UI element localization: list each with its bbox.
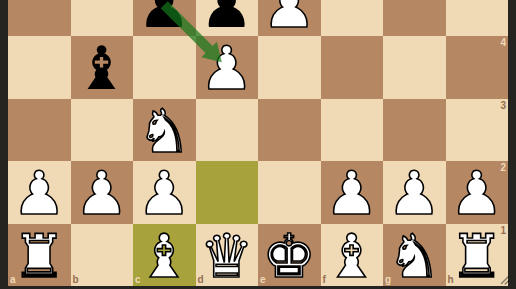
- square-h3[interactable]: 3: [446, 99, 509, 162]
- white-pawn[interactable]: ♟: [387, 162, 441, 224]
- square-b5[interactable]: [71, 0, 134, 36]
- square-a2[interactable]: ♟: [8, 161, 71, 224]
- black-pawn[interactable]: ♟: [137, 0, 191, 37]
- rank-label-2: 2: [500, 163, 506, 173]
- square-f3[interactable]: [321, 99, 384, 162]
- square-d5[interactable]: ♟: [196, 0, 259, 36]
- white-rook[interactable]: ♜: [450, 225, 504, 287]
- square-e4[interactable]: [258, 36, 321, 99]
- square-b1[interactable]: b: [71, 224, 134, 287]
- white-bishop[interactable]: ♝: [325, 225, 379, 287]
- file-label-g: g: [385, 275, 391, 285]
- square-a4[interactable]: [8, 36, 71, 99]
- square-c4[interactable]: [133, 36, 196, 99]
- white-knight[interactable]: ♞: [387, 225, 441, 287]
- chess-board[interactable]: ♜♞♝♛♚♞♜8♟♟♟♟♟7♟6♟♟♟5♝♟4♞3♟♟♟♟♟♟2♜ab♝c♛d♚…: [8, 0, 508, 286]
- rank-label-1: 1: [500, 226, 506, 236]
- file-label-h: h: [448, 275, 454, 285]
- square-f2[interactable]: ♟: [321, 161, 384, 224]
- square-b2[interactable]: ♟: [71, 161, 134, 224]
- square-g2[interactable]: ♟: [383, 161, 446, 224]
- square-d3[interactable]: [196, 99, 259, 162]
- file-label-a: a: [10, 275, 16, 285]
- chessboard-viewport: ♜♞♝♛♚♞♜8♟♟♟♟♟7♟6♟♟♟5♝♟4♞3♟♟♟♟♟♟2♜ab♝c♛d♚…: [0, 0, 516, 289]
- white-pawn[interactable]: ♟: [75, 162, 129, 224]
- square-b4[interactable]: ♝: [71, 36, 134, 99]
- white-knight[interactable]: ♞: [137, 100, 191, 162]
- white-queen[interactable]: ♛: [200, 225, 254, 287]
- square-d2[interactable]: [196, 161, 259, 224]
- square-a5[interactable]: [8, 0, 71, 36]
- square-h4[interactable]: 4: [446, 36, 509, 99]
- square-e5[interactable]: ♟: [258, 0, 321, 36]
- square-a1[interactable]: ♜a: [8, 224, 71, 287]
- file-label-b: b: [73, 275, 79, 285]
- white-rook[interactable]: ♜: [12, 225, 66, 287]
- square-h2[interactable]: ♟2: [446, 161, 509, 224]
- white-bishop[interactable]: ♝: [137, 225, 191, 287]
- file-label-f: f: [323, 275, 326, 285]
- square-c3[interactable]: ♞: [133, 99, 196, 162]
- square-g4[interactable]: [383, 36, 446, 99]
- square-d1[interactable]: ♛d: [196, 224, 259, 287]
- white-pawn[interactable]: ♟: [137, 162, 191, 224]
- black-bishop[interactable]: ♝: [75, 37, 129, 99]
- rank-label-3: 3: [500, 101, 506, 111]
- square-b3[interactable]: [71, 99, 134, 162]
- square-h1[interactable]: ♜h1: [446, 224, 509, 287]
- square-f4[interactable]: [321, 36, 384, 99]
- white-pawn[interactable]: ♟: [325, 162, 379, 224]
- white-pawn[interactable]: ♟: [262, 0, 316, 37]
- square-e2[interactable]: [258, 161, 321, 224]
- file-label-d: d: [198, 275, 204, 285]
- square-e3[interactable]: [258, 99, 321, 162]
- square-g3[interactable]: [383, 99, 446, 162]
- rank-label-4: 4: [500, 38, 506, 48]
- white-pawn[interactable]: ♟: [450, 162, 504, 224]
- white-pawn[interactable]: ♟: [200, 37, 254, 99]
- white-pawn[interactable]: ♟: [12, 162, 66, 224]
- white-king[interactable]: ♚: [262, 225, 316, 287]
- square-a3[interactable]: [8, 99, 71, 162]
- square-c1[interactable]: ♝c: [133, 224, 196, 287]
- square-g1[interactable]: ♞g: [383, 224, 446, 287]
- square-c5[interactable]: ♟: [133, 0, 196, 36]
- square-h5[interactable]: 5: [446, 0, 509, 36]
- square-e1[interactable]: ♚e: [258, 224, 321, 287]
- square-c2[interactable]: ♟: [133, 161, 196, 224]
- square-f5[interactable]: [321, 0, 384, 36]
- file-label-c: c: [135, 275, 141, 285]
- black-pawn[interactable]: ♟: [200, 0, 254, 37]
- square-d4[interactable]: ♟: [196, 36, 259, 99]
- square-g5[interactable]: [383, 0, 446, 36]
- file-label-e: e: [260, 275, 266, 285]
- square-f1[interactable]: ♝f: [321, 224, 384, 287]
